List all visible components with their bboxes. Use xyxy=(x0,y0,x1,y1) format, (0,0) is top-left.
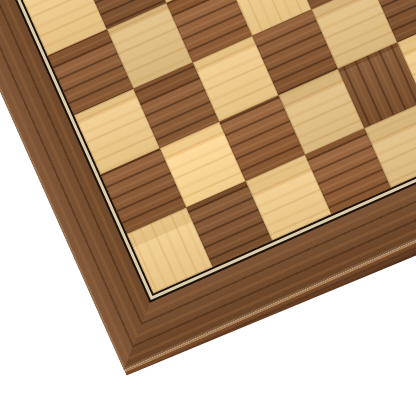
product-photo-background xyxy=(0,0,416,416)
chess-board xyxy=(0,0,416,370)
